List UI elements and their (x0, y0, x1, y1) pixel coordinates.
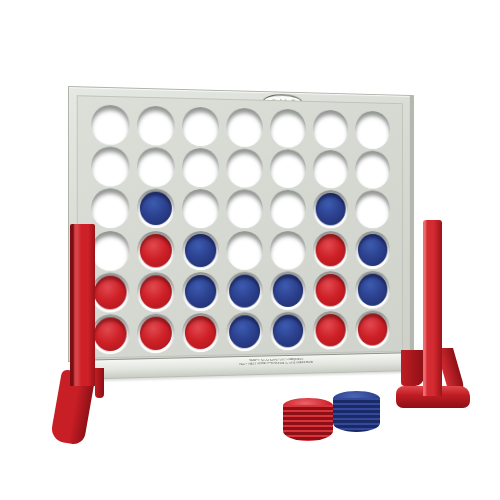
hole-r3c1[interactable] (91, 189, 129, 229)
hole-r2c1[interactable] (91, 147, 129, 187)
hole-r6c4[interactable] (226, 312, 262, 351)
right-leg-post (423, 220, 442, 396)
blue-disc-r4c7[interactable] (358, 234, 388, 266)
red-disc-r5c6[interactable] (316, 274, 346, 307)
hole-r3c7[interactable] (355, 191, 390, 229)
board-face (77, 95, 403, 359)
hole-r3c6[interactable] (313, 190, 348, 228)
left-leg-post (70, 224, 95, 386)
hole-r1c3[interactable] (182, 107, 219, 147)
red-disc-r5c2[interactable] (140, 275, 172, 309)
red-disc-r4c2[interactable] (140, 234, 172, 268)
hole-r4c5[interactable] (270, 231, 306, 270)
board-frame: Bolaball (68, 86, 414, 362)
hole-r1c4[interactable] (226, 108, 262, 147)
red-disc-r4c6[interactable] (316, 234, 346, 267)
red-disc-r5c1[interactable] (94, 275, 126, 309)
hole-r4c1[interactable] (91, 231, 129, 271)
hole-r1c7[interactable] (355, 111, 390, 150)
hole-r4c6[interactable] (313, 231, 348, 269)
hole-r2c5[interactable] (270, 149, 306, 188)
product-photo: Bolaball SAFETY: ADULT SUPERVISION REQUI… (0, 0, 500, 500)
hole-r4c7[interactable] (355, 231, 390, 269)
red-disc-r6c6[interactable] (316, 314, 346, 347)
hole-r5c2[interactable] (137, 272, 175, 312)
hole-r2c3[interactable] (182, 148, 219, 187)
hole-r1c5[interactable] (270, 109, 306, 148)
board-grid (87, 103, 393, 355)
right-leg-bracket (401, 350, 424, 386)
blue-disc-r5c7[interactable] (358, 273, 388, 305)
hole-r6c2[interactable] (137, 313, 175, 353)
left-leg-bracket (95, 368, 104, 398)
hole-r4c4[interactable] (226, 231, 262, 270)
hole-r4c3[interactable] (182, 231, 219, 270)
hole-r2c2[interactable] (137, 147, 175, 187)
hole-r5c4[interactable] (226, 271, 262, 310)
blue-disc-r5c3[interactable] (185, 275, 216, 309)
hole-r6c3[interactable] (182, 313, 219, 353)
red-disc-stack[interactable] (283, 398, 333, 441)
fine-print: SAFETY: ADULT SUPERVISION REQUIRED KEEP … (239, 357, 312, 366)
hole-r1c1[interactable] (91, 105, 129, 145)
blue-disc-r6c4[interactable] (229, 315, 260, 348)
hole-r5c7[interactable] (355, 270, 390, 308)
red-disc-r6c2[interactable] (140, 316, 172, 350)
hole-r6c7[interactable] (355, 310, 390, 348)
hole-r6c1[interactable] (91, 314, 129, 354)
blue-disc-r3c6[interactable] (316, 193, 346, 226)
hole-r1c2[interactable] (137, 106, 175, 146)
hole-r6c5[interactable] (270, 311, 306, 350)
blue-disc-r6c5[interactable] (273, 314, 303, 347)
hole-r3c5[interactable] (270, 190, 306, 229)
hole-r2c7[interactable] (355, 151, 390, 189)
blue-disc-r5c4[interactable] (229, 274, 260, 307)
hole-r3c3[interactable] (182, 189, 219, 228)
fine-print-line2: KEEP THESE INSTRUCTIONS FOR FUTURE REFER… (239, 361, 312, 366)
blue-disc-stack[interactable] (333, 391, 380, 432)
blue-disc-stack-body (333, 398, 380, 432)
hole-r5c3[interactable] (182, 272, 219, 311)
red-disc-r6c7[interactable] (358, 313, 388, 346)
connect-four-board: Bolaball SAFETY: ADULT SUPERVISION REQUI… (68, 86, 414, 380)
hole-r2c6[interactable] (313, 150, 348, 189)
hole-r6c6[interactable] (313, 311, 348, 350)
red-disc-r6c3[interactable] (185, 316, 216, 350)
red-disc-r6c1[interactable] (94, 317, 126, 351)
hole-r3c2[interactable] (137, 189, 175, 229)
hole-r3c4[interactable] (226, 190, 262, 229)
blue-disc-r3c2[interactable] (140, 192, 172, 226)
hole-r4c2[interactable] (137, 231, 175, 271)
blue-disc-r5c5[interactable] (273, 274, 303, 307)
red-disc-stack-body (283, 405, 333, 441)
hole-r5c6[interactable] (313, 271, 348, 310)
hole-r5c5[interactable] (270, 271, 306, 310)
hole-r5c1[interactable] (91, 272, 129, 312)
blue-disc-r4c3[interactable] (185, 234, 216, 267)
hole-r2c4[interactable] (226, 149, 262, 188)
hole-r1c6[interactable] (313, 110, 348, 149)
